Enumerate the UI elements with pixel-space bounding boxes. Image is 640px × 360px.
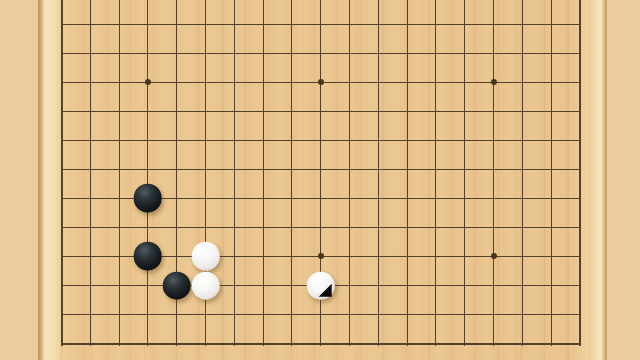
grid-line-h-8 [61, 53, 581, 54]
grid-line-h-14 [61, 227, 581, 228]
star-point [145, 79, 151, 85]
grid-line-h-18 [61, 343, 581, 345]
white-stone-K3 [306, 271, 335, 300]
board-grid-layer [0, 0, 640, 360]
grid-line-h-17 [61, 314, 581, 315]
black-stone-D4 [134, 242, 163, 271]
black-stone-E3 [162, 271, 191, 300]
go-app-screen [0, 0, 640, 360]
black-stone-D6 [134, 184, 163, 213]
white-stone-F4 [191, 242, 220, 271]
star-point [318, 253, 324, 259]
grid-line-h-10 [61, 111, 581, 112]
grid-line-h-12 [61, 169, 581, 170]
grid-line-h-11 [61, 140, 581, 141]
star-point [491, 253, 497, 259]
star-point [318, 79, 324, 85]
grid-line-h-7 [61, 24, 581, 25]
white-stone-F3 [191, 271, 220, 300]
last-move-marker [319, 284, 332, 297]
star-point [491, 79, 497, 85]
